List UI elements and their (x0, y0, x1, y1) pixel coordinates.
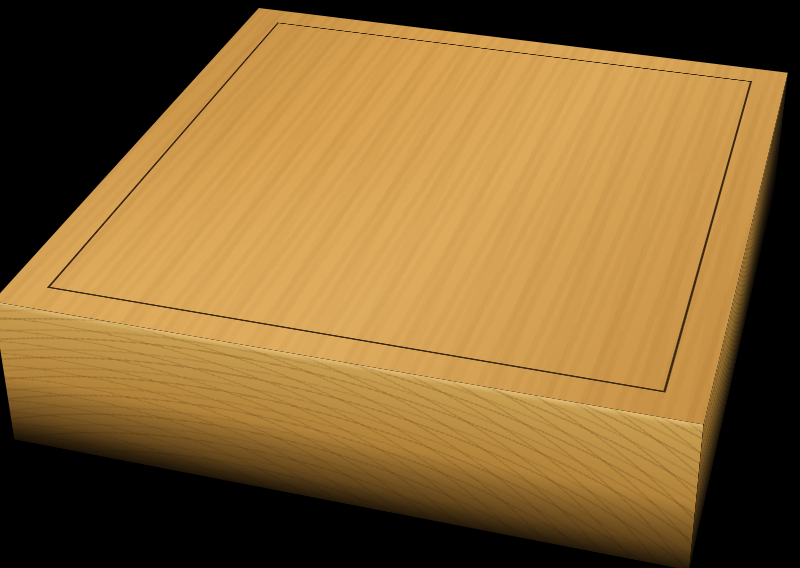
scene (0, 0, 800, 568)
